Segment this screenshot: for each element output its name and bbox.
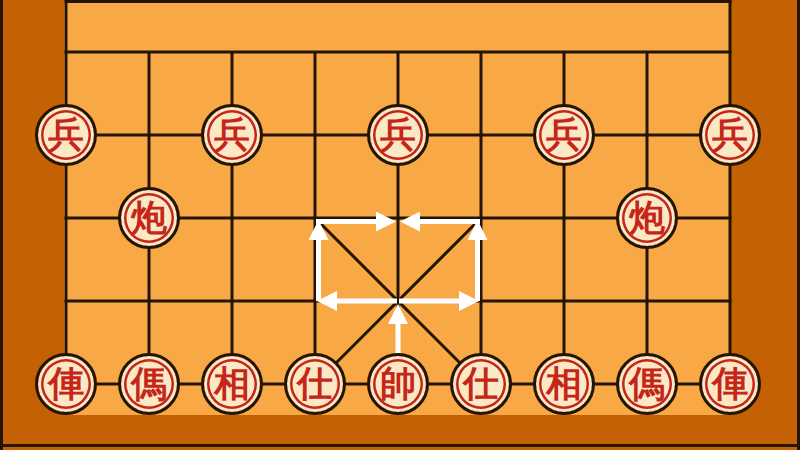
- piece-red-soldier[interactable]: 兵: [35, 104, 97, 166]
- piece-red-chariot[interactable]: 俥: [699, 353, 761, 415]
- piece-red-chariot[interactable]: 俥: [35, 353, 97, 415]
- xiangqi-board: 兵兵兵兵兵炮炮俥傌相仕帥仕相傌俥: [0, 0, 800, 450]
- piece-red-cannon[interactable]: 炮: [118, 187, 180, 249]
- piece-red-soldier[interactable]: 兵: [201, 104, 263, 166]
- piece-red-elephant[interactable]: 相: [201, 353, 263, 415]
- piece-red-horse[interactable]: 傌: [616, 353, 678, 415]
- piece-red-advisor[interactable]: 仕: [284, 353, 346, 415]
- piece-red-soldier[interactable]: 兵: [533, 104, 595, 166]
- piece-red-soldier[interactable]: 兵: [367, 104, 429, 166]
- piece-red-cannon[interactable]: 炮: [616, 187, 678, 249]
- piece-red-soldier[interactable]: 兵: [699, 104, 761, 166]
- pieces-grid: 兵兵兵兵兵炮炮俥傌相仕帥仕相傌俥: [25, 11, 772, 426]
- piece-red-elephant[interactable]: 相: [533, 353, 595, 415]
- piece-red-advisor[interactable]: 仕: [450, 353, 512, 415]
- piece-red-horse[interactable]: 傌: [118, 353, 180, 415]
- piece-red-general[interactable]: 帥: [367, 353, 429, 415]
